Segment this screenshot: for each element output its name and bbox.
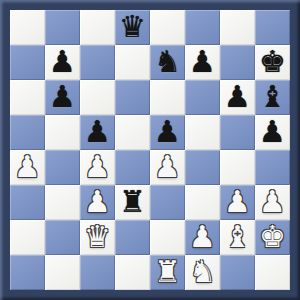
piece-white-rook-e1[interactable]: ♜ (154, 257, 181, 287)
piece-black-pawn-b6[interactable]: ♟ (49, 82, 76, 112)
square-f7[interactable]: ♟ (185, 45, 220, 80)
square-h1[interactable] (255, 255, 290, 290)
square-f4[interactable] (185, 150, 220, 185)
chess-board-frame: ♛♟♞♟♚♟♟♝♟♟♟♟♟♟♟♜♟♟♛♟♝♚♜♞ (0, 0, 300, 300)
square-e7[interactable]: ♞ (150, 45, 185, 80)
piece-white-pawn-c4[interactable]: ♟ (84, 152, 111, 182)
square-b6[interactable]: ♟ (45, 80, 80, 115)
square-g8[interactable] (220, 10, 255, 45)
square-f5[interactable] (185, 115, 220, 150)
square-c2[interactable]: ♛ (80, 220, 115, 255)
square-f8[interactable] (185, 10, 220, 45)
square-a5[interactable] (10, 115, 45, 150)
square-e6[interactable] (150, 80, 185, 115)
square-f6[interactable] (185, 80, 220, 115)
piece-white-pawn-f2[interactable]: ♟ (189, 222, 216, 252)
piece-white-pawn-g3[interactable]: ♟ (224, 187, 251, 217)
piece-black-pawn-f7[interactable]: ♟ (189, 47, 216, 77)
square-d7[interactable] (115, 45, 150, 80)
square-g7[interactable] (220, 45, 255, 80)
square-f3[interactable] (185, 185, 220, 220)
piece-white-knight-f1[interactable]: ♞ (189, 257, 216, 287)
piece-black-pawn-e5[interactable]: ♟ (154, 117, 181, 147)
square-h4[interactable] (255, 150, 290, 185)
square-f1[interactable]: ♞ (185, 255, 220, 290)
square-d4[interactable] (115, 150, 150, 185)
piece-black-knight-e7[interactable]: ♞ (154, 47, 181, 77)
square-g3[interactable]: ♟ (220, 185, 255, 220)
piece-white-pawn-h3[interactable]: ♟ (259, 187, 286, 217)
square-h3[interactable]: ♟ (255, 185, 290, 220)
square-g5[interactable] (220, 115, 255, 150)
square-c5[interactable]: ♟ (80, 115, 115, 150)
square-e3[interactable] (150, 185, 185, 220)
square-g1[interactable] (220, 255, 255, 290)
square-e4[interactable]: ♟ (150, 150, 185, 185)
piece-black-pawn-h5[interactable]: ♟ (259, 117, 286, 147)
square-c6[interactable] (80, 80, 115, 115)
piece-black-king-h7[interactable]: ♚ (259, 47, 286, 77)
square-e5[interactable]: ♟ (150, 115, 185, 150)
square-e1[interactable]: ♜ (150, 255, 185, 290)
square-a7[interactable] (10, 45, 45, 80)
square-a3[interactable] (10, 185, 45, 220)
square-e8[interactable] (150, 10, 185, 45)
square-b3[interactable] (45, 185, 80, 220)
square-a4[interactable]: ♟ (10, 150, 45, 185)
square-d2[interactable] (115, 220, 150, 255)
piece-black-pawn-b7[interactable]: ♟ (49, 47, 76, 77)
piece-white-pawn-c3[interactable]: ♟ (84, 187, 111, 217)
square-a2[interactable] (10, 220, 45, 255)
square-h2[interactable]: ♚ (255, 220, 290, 255)
square-b2[interactable] (45, 220, 80, 255)
piece-white-pawn-a4[interactable]: ♟ (14, 152, 41, 182)
square-c3[interactable]: ♟ (80, 185, 115, 220)
square-b4[interactable] (45, 150, 80, 185)
square-b7[interactable]: ♟ (45, 45, 80, 80)
square-h7[interactable]: ♚ (255, 45, 290, 80)
square-d3[interactable]: ♜ (115, 185, 150, 220)
square-g2[interactable]: ♝ (220, 220, 255, 255)
square-c8[interactable] (80, 10, 115, 45)
piece-white-king-h2[interactable]: ♚ (259, 222, 286, 252)
piece-black-pawn-c5[interactable]: ♟ (84, 117, 111, 147)
square-f2[interactable]: ♟ (185, 220, 220, 255)
square-d6[interactable] (115, 80, 150, 115)
piece-black-pawn-g6[interactable]: ♟ (224, 82, 251, 112)
square-c4[interactable]: ♟ (80, 150, 115, 185)
square-a1[interactable] (10, 255, 45, 290)
square-a6[interactable] (10, 80, 45, 115)
square-h5[interactable]: ♟ (255, 115, 290, 150)
piece-black-rook-d3[interactable]: ♜ (119, 187, 146, 217)
square-c1[interactable] (80, 255, 115, 290)
piece-white-bishop-g2[interactable]: ♝ (224, 222, 251, 252)
piece-white-queen-c2[interactable]: ♛ (84, 222, 111, 252)
piece-white-pawn-e4[interactable]: ♟ (154, 152, 181, 182)
square-d5[interactable] (115, 115, 150, 150)
square-d1[interactable] (115, 255, 150, 290)
square-h6[interactable]: ♝ (255, 80, 290, 115)
piece-black-bishop-h6[interactable]: ♝ (259, 82, 286, 112)
piece-black-queen-d8[interactable]: ♛ (119, 12, 146, 42)
square-b1[interactable] (45, 255, 80, 290)
chess-board: ♛♟♞♟♚♟♟♝♟♟♟♟♟♟♟♜♟♟♛♟♝♚♜♞ (10, 10, 290, 290)
square-c7[interactable] (80, 45, 115, 80)
square-a8[interactable] (10, 10, 45, 45)
square-g4[interactable] (220, 150, 255, 185)
square-d8[interactable]: ♛ (115, 10, 150, 45)
square-h8[interactable] (255, 10, 290, 45)
square-e2[interactable] (150, 220, 185, 255)
square-g6[interactable]: ♟ (220, 80, 255, 115)
square-b8[interactable] (45, 10, 80, 45)
square-b5[interactable] (45, 115, 80, 150)
